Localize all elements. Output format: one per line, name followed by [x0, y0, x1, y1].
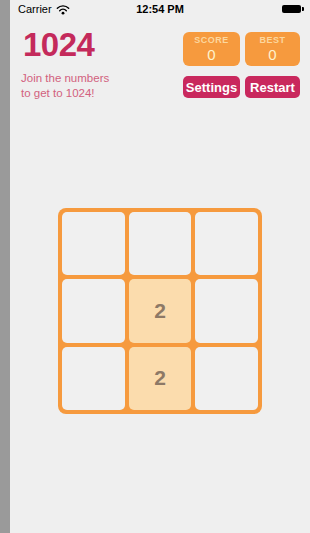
subtitle-line1: Join the numbers [21, 71, 109, 86]
app-screen: Carrier 12:54 PM 1024 Join the numbers t… [10, 0, 310, 533]
score-value: 0 [207, 46, 215, 63]
cell-r1-c0 [62, 279, 125, 342]
status-bar: Carrier 12:54 PM [10, 0, 310, 20]
battery-icon [282, 5, 301, 13]
score-label: SCORE [194, 35, 229, 45]
page-title: 1024 [23, 26, 94, 64]
best-value: 0 [268, 46, 276, 63]
cell-r1-c2 [195, 279, 258, 342]
cell-r0-c0 [62, 212, 125, 275]
cell-r2-c2 [195, 347, 258, 410]
cell-r2-c0 [62, 347, 125, 410]
cell-r2-c1: 2 [129, 347, 192, 410]
subtitle-line2: to get to 1024! [21, 86, 109, 101]
restart-button[interactable]: Restart [245, 76, 300, 98]
best-label: BEST [259, 35, 285, 45]
cell-r0-c1 [129, 212, 192, 275]
status-time: 12:54 PM [10, 3, 310, 15]
settings-button[interactable]: Settings [183, 76, 240, 98]
subtitle: Join the numbers to get to 1024! [21, 71, 109, 101]
game-board[interactable]: 2 2 [58, 208, 262, 414]
cell-r1-c1: 2 [129, 279, 192, 342]
score-box: SCORE 0 [183, 32, 240, 66]
cell-r0-c2 [195, 212, 258, 275]
best-box: BEST 0 [245, 32, 300, 66]
